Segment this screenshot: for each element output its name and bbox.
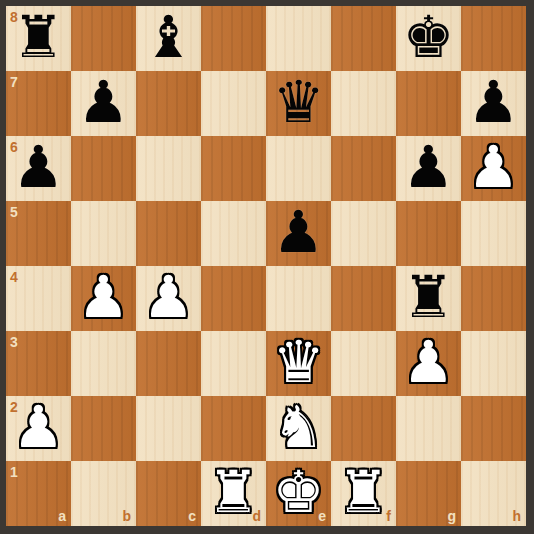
square-f3[interactable] xyxy=(331,331,396,396)
square-b8[interactable] xyxy=(71,6,136,71)
piece-black-king[interactable]: ♚ xyxy=(396,6,461,71)
square-e3[interactable]: ♛ xyxy=(266,331,331,396)
square-h5[interactable] xyxy=(461,201,526,266)
square-b7[interactable]: ♟ xyxy=(71,71,136,136)
square-a4[interactable]: 4 xyxy=(6,266,71,331)
square-c4[interactable]: ♟ xyxy=(136,266,201,331)
square-b1[interactable]: b xyxy=(71,461,136,526)
rank-label-1: 1 xyxy=(10,464,18,480)
square-c1[interactable]: c xyxy=(136,461,201,526)
file-label-a: a xyxy=(58,508,66,524)
square-c2[interactable] xyxy=(136,396,201,461)
rank-label-4: 4 xyxy=(10,269,18,285)
square-f8[interactable] xyxy=(331,6,396,71)
piece-white-king[interactable]: ♚ xyxy=(266,461,331,526)
square-d7[interactable] xyxy=(201,71,266,136)
piece-black-pawn[interactable]: ♟ xyxy=(6,136,71,201)
square-g1[interactable]: g xyxy=(396,461,461,526)
piece-white-pawn[interactable]: ♟ xyxy=(396,331,461,396)
file-label-c: c xyxy=(188,508,196,524)
square-c3[interactable] xyxy=(136,331,201,396)
piece-black-bishop[interactable]: ♝ xyxy=(136,6,201,71)
file-label-b: b xyxy=(122,508,131,524)
square-g4[interactable]: ♜ xyxy=(396,266,461,331)
square-c7[interactable] xyxy=(136,71,201,136)
square-g3[interactable]: ♟ xyxy=(396,331,461,396)
piece-white-pawn[interactable]: ♟ xyxy=(6,396,71,461)
square-c8[interactable]: ♝ xyxy=(136,6,201,71)
piece-white-rook[interactable]: ♜ xyxy=(201,461,266,526)
chessboard-frame: 8♜♝♚7♟♛♟6♟♟♟5♟4♟♟♜3♛♟2♟♞1abcd♜e♚f♜gh xyxy=(0,0,534,534)
square-e6[interactable] xyxy=(266,136,331,201)
square-f2[interactable] xyxy=(331,396,396,461)
square-b4[interactable]: ♟ xyxy=(71,266,136,331)
rank-label-5: 5 xyxy=(10,204,18,220)
square-a2[interactable]: 2♟ xyxy=(6,396,71,461)
square-g6[interactable]: ♟ xyxy=(396,136,461,201)
square-e5[interactable]: ♟ xyxy=(266,201,331,266)
piece-white-pawn[interactable]: ♟ xyxy=(71,266,136,331)
square-b3[interactable] xyxy=(71,331,136,396)
square-h6[interactable]: ♟ xyxy=(461,136,526,201)
square-e7[interactable]: ♛ xyxy=(266,71,331,136)
square-d6[interactable] xyxy=(201,136,266,201)
square-c5[interactable] xyxy=(136,201,201,266)
square-h7[interactable]: ♟ xyxy=(461,71,526,136)
square-d3[interactable] xyxy=(201,331,266,396)
file-label-g: g xyxy=(447,508,456,524)
piece-black-pawn[interactable]: ♟ xyxy=(461,71,526,136)
piece-white-pawn[interactable]: ♟ xyxy=(461,136,526,201)
square-h2[interactable] xyxy=(461,396,526,461)
square-g2[interactable] xyxy=(396,396,461,461)
file-label-h: h xyxy=(512,508,521,524)
square-h3[interactable] xyxy=(461,331,526,396)
square-f6[interactable] xyxy=(331,136,396,201)
square-e8[interactable] xyxy=(266,6,331,71)
square-a7[interactable]: 7 xyxy=(6,71,71,136)
square-a6[interactable]: 6♟ xyxy=(6,136,71,201)
square-f4[interactable] xyxy=(331,266,396,331)
square-h8[interactable] xyxy=(461,6,526,71)
square-d8[interactable] xyxy=(201,6,266,71)
square-a5[interactable]: 5 xyxy=(6,201,71,266)
square-g8[interactable]: ♚ xyxy=(396,6,461,71)
square-f1[interactable]: f♜ xyxy=(331,461,396,526)
square-h1[interactable]: h xyxy=(461,461,526,526)
piece-white-rook[interactable]: ♜ xyxy=(331,461,396,526)
square-b5[interactable] xyxy=(71,201,136,266)
piece-white-knight[interactable]: ♞ xyxy=(266,396,331,461)
square-a8[interactable]: 8♜ xyxy=(6,6,71,71)
piece-black-queen[interactable]: ♛ xyxy=(266,71,331,136)
square-d2[interactable] xyxy=(201,396,266,461)
piece-white-queen[interactable]: ♛ xyxy=(266,331,331,396)
square-a3[interactable]: 3 xyxy=(6,331,71,396)
square-c6[interactable] xyxy=(136,136,201,201)
square-g7[interactable] xyxy=(396,71,461,136)
chess-board: 8♜♝♚7♟♛♟6♟♟♟5♟4♟♟♜3♛♟2♟♞1abcd♜e♚f♜gh xyxy=(6,6,526,526)
square-b2[interactable] xyxy=(71,396,136,461)
square-b6[interactable] xyxy=(71,136,136,201)
square-d4[interactable] xyxy=(201,266,266,331)
piece-black-pawn[interactable]: ♟ xyxy=(266,201,331,266)
piece-white-pawn[interactable]: ♟ xyxy=(136,266,201,331)
piece-black-pawn[interactable]: ♟ xyxy=(71,71,136,136)
rank-label-7: 7 xyxy=(10,74,18,90)
piece-black-rook[interactable]: ♜ xyxy=(396,266,461,331)
rank-label-3: 3 xyxy=(10,334,18,350)
square-f5[interactable] xyxy=(331,201,396,266)
piece-black-pawn[interactable]: ♟ xyxy=(396,136,461,201)
square-d1[interactable]: d♜ xyxy=(201,461,266,526)
square-f7[interactable] xyxy=(331,71,396,136)
square-d5[interactable] xyxy=(201,201,266,266)
square-e4[interactable] xyxy=(266,266,331,331)
square-e1[interactable]: e♚ xyxy=(266,461,331,526)
square-e2[interactable]: ♞ xyxy=(266,396,331,461)
square-a1[interactable]: 1a xyxy=(6,461,71,526)
square-g5[interactable] xyxy=(396,201,461,266)
square-h4[interactable] xyxy=(461,266,526,331)
piece-black-rook[interactable]: ♜ xyxy=(6,6,71,71)
